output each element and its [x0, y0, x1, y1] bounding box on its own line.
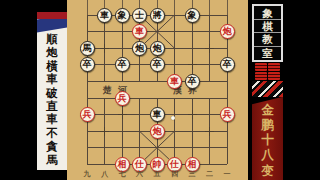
piece-black-advisor[interactable]: 士	[132, 8, 147, 23]
banner-character: 貪	[46, 140, 58, 153]
banner-character: 橫	[46, 60, 58, 73]
piece-black-chariot[interactable]: 車	[150, 107, 165, 122]
opening-line-title: 順炮橫車破直車不貪馬	[37, 33, 67, 170]
point-marker	[188, 60, 197, 69]
piece-red-soldier[interactable]: 兵	[80, 107, 95, 122]
banner-character: 室	[254, 47, 281, 59]
banner-character: 不	[46, 127, 58, 140]
banner-character: 象	[254, 7, 281, 20]
point-marker	[205, 127, 214, 136]
classroom-title-box: 象棋教室	[252, 4, 283, 62]
file-coordinate-label: 一	[224, 169, 231, 179]
banner-character: 破	[46, 87, 58, 100]
file-coordinate-label: 六	[136, 169, 143, 179]
point-marker	[205, 44, 214, 53]
piece-red-cannon[interactable]: 炮	[220, 24, 235, 39]
file-coordinate-label: 八	[101, 169, 108, 179]
highlight-dot	[171, 116, 175, 120]
banner-character: 炮	[46, 46, 58, 59]
point-marker	[188, 110, 197, 119]
series-title-banner: 金鹏十八变	[252, 97, 283, 180]
piece-red-cannon[interactable]: 炮	[150, 124, 165, 139]
file-coordinate-label: 三	[189, 169, 196, 179]
banner-character: 变	[261, 163, 274, 178]
piece-black-cannon[interactable]: 炮	[132, 41, 147, 56]
piece-black-soldier[interactable]: 卒	[220, 57, 235, 72]
piece-black-horse[interactable]: 馬	[80, 41, 95, 56]
banner-character: 教	[254, 33, 281, 46]
right-channel-banner: 象棋教室 金鹏十八变	[252, 4, 283, 176]
left-title-banner: 順炮橫車破直車不貪馬	[37, 12, 67, 170]
banner-character: 順	[46, 33, 58, 46]
piece-black-cannon[interactable]: 炮	[150, 41, 165, 56]
file-coordinate-label: 九	[84, 169, 91, 179]
banner-character: 車	[46, 73, 58, 86]
piece-black-soldier[interactable]: 卒	[185, 74, 200, 89]
point-marker	[100, 44, 109, 53]
seal-stamp	[255, 63, 280, 80]
piece-red-chariot[interactable]: 車	[132, 24, 147, 39]
file-coordinate-label: 五	[154, 169, 161, 179]
banner-character: 鹏	[261, 117, 274, 132]
piece-red-soldier[interactable]: 兵	[220, 107, 235, 122]
piece-black-elephant[interactable]: 象	[115, 8, 130, 23]
banner-red-ribbon	[37, 12, 67, 19]
banner-character: 直	[46, 100, 58, 113]
file-coordinate-label: 二	[206, 169, 213, 179]
piece-black-elephant[interactable]: 象	[185, 8, 200, 23]
point-marker	[100, 127, 109, 136]
point-marker	[118, 110, 127, 119]
piece-black-chariot[interactable]: 車	[97, 8, 112, 23]
banner-character: 八	[261, 147, 274, 162]
piece-red-soldier[interactable]: 兵	[115, 91, 130, 106]
xiangqi-video-frame: 楚河 漢界 車象士將象車炮馬炮炮卒卒卒卒車卒兵兵車兵炮相仕帥仕相九八七六五四三二…	[0, 0, 320, 180]
piece-red-chariot[interactable]: 車	[167, 74, 182, 89]
banner-character: 十	[261, 132, 274, 147]
banner-character: 棋	[254, 20, 281, 33]
piece-black-soldier[interactable]: 卒	[80, 57, 95, 72]
piece-black-general[interactable]: 將	[150, 8, 165, 23]
pieces-layer: 車象士將象車炮馬炮炮卒卒卒卒車卒兵兵車兵炮相仕帥仕相九八七六五四三二一	[67, 0, 248, 180]
piece-black-soldier[interactable]: 卒	[150, 57, 165, 72]
file-coordinate-label: 四	[171, 169, 178, 179]
banner-character: 金	[261, 102, 274, 117]
stripe-divider	[252, 81, 283, 97]
file-coordinate-label: 七	[119, 169, 126, 179]
piece-black-soldier[interactable]: 卒	[115, 57, 130, 72]
banner-character: 車	[46, 113, 58, 126]
xiangqi-board: 楚河 漢界 車象士將象車炮馬炮炮卒卒卒卒車卒兵兵車兵炮相仕帥仕相九八七六五四三二…	[67, 0, 248, 180]
banner-character: 馬	[46, 154, 58, 167]
